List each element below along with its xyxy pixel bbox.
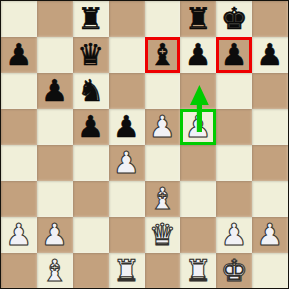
chess-board: ♜♜♚♟♛♝♟♟♟♟♞♟♟♟♟♟♝♟♟♛♟♟♝♜♜♚ <box>0 0 289 289</box>
piece-white-pawn[interactable]: ♟ <box>257 217 284 253</box>
square-g1[interactable]: ♚ <box>216 253 252 289</box>
square-c5[interactable]: ♟ <box>73 109 109 145</box>
square-e8[interactable] <box>145 1 181 37</box>
square-b8[interactable] <box>37 1 73 37</box>
piece-black-knight[interactable]: ♞ <box>77 73 104 109</box>
piece-black-pawn[interactable]: ♟ <box>185 37 212 73</box>
square-b3[interactable] <box>37 181 73 217</box>
square-f2[interactable] <box>180 217 216 253</box>
square-b7[interactable] <box>37 37 73 73</box>
piece-white-rook[interactable]: ♜ <box>113 253 140 289</box>
square-a8[interactable] <box>1 1 37 37</box>
piece-white-pawn[interactable]: ♟ <box>221 217 248 253</box>
square-g4[interactable] <box>216 145 252 181</box>
square-d4[interactable]: ♟ <box>109 145 145 181</box>
square-h2[interactable]: ♟ <box>252 217 288 253</box>
board-grid: ♜♜♚♟♛♝♟♟♟♟♞♟♟♟♟♟♝♟♟♛♟♟♝♜♜♚ <box>1 1 288 288</box>
square-d6[interactable] <box>109 73 145 109</box>
square-h4[interactable] <box>252 145 288 181</box>
square-f4[interactable] <box>180 145 216 181</box>
piece-white-king[interactable]: ♚ <box>221 253 248 289</box>
square-h5[interactable] <box>252 109 288 145</box>
square-c7[interactable]: ♛ <box>73 37 109 73</box>
square-a6[interactable] <box>1 73 37 109</box>
piece-black-pawn[interactable]: ♟ <box>221 37 248 73</box>
square-f1[interactable]: ♜ <box>180 253 216 289</box>
piece-black-king[interactable]: ♚ <box>221 1 248 37</box>
piece-white-bishop[interactable]: ♝ <box>149 181 176 217</box>
square-h8[interactable] <box>252 1 288 37</box>
square-g7[interactable]: ♟ <box>216 37 252 73</box>
piece-black-queen[interactable]: ♛ <box>77 37 104 73</box>
piece-black-rook[interactable]: ♜ <box>185 1 212 37</box>
square-e5[interactable]: ♟ <box>145 109 181 145</box>
square-e7[interactable]: ♝ <box>145 37 181 73</box>
square-f8[interactable]: ♜ <box>180 1 216 37</box>
square-h1[interactable] <box>252 253 288 289</box>
square-f7[interactable]: ♟ <box>180 37 216 73</box>
square-g5[interactable] <box>216 109 252 145</box>
piece-white-pawn[interactable]: ♟ <box>5 217 32 253</box>
square-d7[interactable] <box>109 37 145 73</box>
piece-black-pawn[interactable]: ♟ <box>5 37 32 73</box>
square-a1[interactable] <box>1 253 37 289</box>
square-g6[interactable] <box>216 73 252 109</box>
square-c6[interactable]: ♞ <box>73 73 109 109</box>
square-d2[interactable] <box>109 217 145 253</box>
piece-white-pawn[interactable]: ♟ <box>149 109 176 145</box>
square-a7[interactable]: ♟ <box>1 37 37 73</box>
square-g2[interactable]: ♟ <box>216 217 252 253</box>
piece-black-pawn[interactable]: ♟ <box>257 37 284 73</box>
square-f5[interactable]: ♟ <box>180 109 216 145</box>
square-h3[interactable] <box>252 181 288 217</box>
square-g3[interactable] <box>216 181 252 217</box>
square-a4[interactable] <box>1 145 37 181</box>
square-e1[interactable] <box>145 253 181 289</box>
piece-black-pawn[interactable]: ♟ <box>77 109 104 145</box>
square-e3[interactable]: ♝ <box>145 181 181 217</box>
square-c4[interactable] <box>73 145 109 181</box>
square-h7[interactable]: ♟ <box>252 37 288 73</box>
square-h6[interactable] <box>252 73 288 109</box>
piece-white-pawn[interactable]: ♟ <box>41 217 68 253</box>
square-b1[interactable]: ♝ <box>37 253 73 289</box>
square-d8[interactable] <box>109 1 145 37</box>
piece-black-pawn[interactable]: ♟ <box>113 109 140 145</box>
square-a5[interactable] <box>1 109 37 145</box>
square-f6[interactable] <box>180 73 216 109</box>
square-f3[interactable] <box>180 181 216 217</box>
square-d3[interactable] <box>109 181 145 217</box>
square-a2[interactable]: ♟ <box>1 217 37 253</box>
piece-white-bishop[interactable]: ♝ <box>41 253 68 289</box>
square-g8[interactable]: ♚ <box>216 1 252 37</box>
piece-black-pawn[interactable]: ♟ <box>41 73 68 109</box>
piece-white-queen[interactable]: ♛ <box>149 217 176 253</box>
square-c8[interactable]: ♜ <box>73 1 109 37</box>
piece-black-bishop[interactable]: ♝ <box>149 37 176 73</box>
square-b2[interactable]: ♟ <box>37 217 73 253</box>
square-c2[interactable] <box>73 217 109 253</box>
piece-white-rook[interactable]: ♜ <box>185 253 212 289</box>
square-d5[interactable]: ♟ <box>109 109 145 145</box>
piece-white-pawn[interactable]: ♟ <box>113 145 140 181</box>
square-e6[interactable] <box>145 73 181 109</box>
square-b6[interactable]: ♟ <box>37 73 73 109</box>
square-d1[interactable]: ♜ <box>109 253 145 289</box>
piece-white-pawn[interactable]: ♟ <box>185 109 212 145</box>
square-e2[interactable]: ♛ <box>145 217 181 253</box>
square-b4[interactable] <box>37 145 73 181</box>
piece-black-rook[interactable]: ♜ <box>77 1 104 37</box>
square-a3[interactable] <box>1 181 37 217</box>
square-c1[interactable] <box>73 253 109 289</box>
square-b5[interactable] <box>37 109 73 145</box>
square-e4[interactable] <box>145 145 181 181</box>
square-c3[interactable] <box>73 181 109 217</box>
